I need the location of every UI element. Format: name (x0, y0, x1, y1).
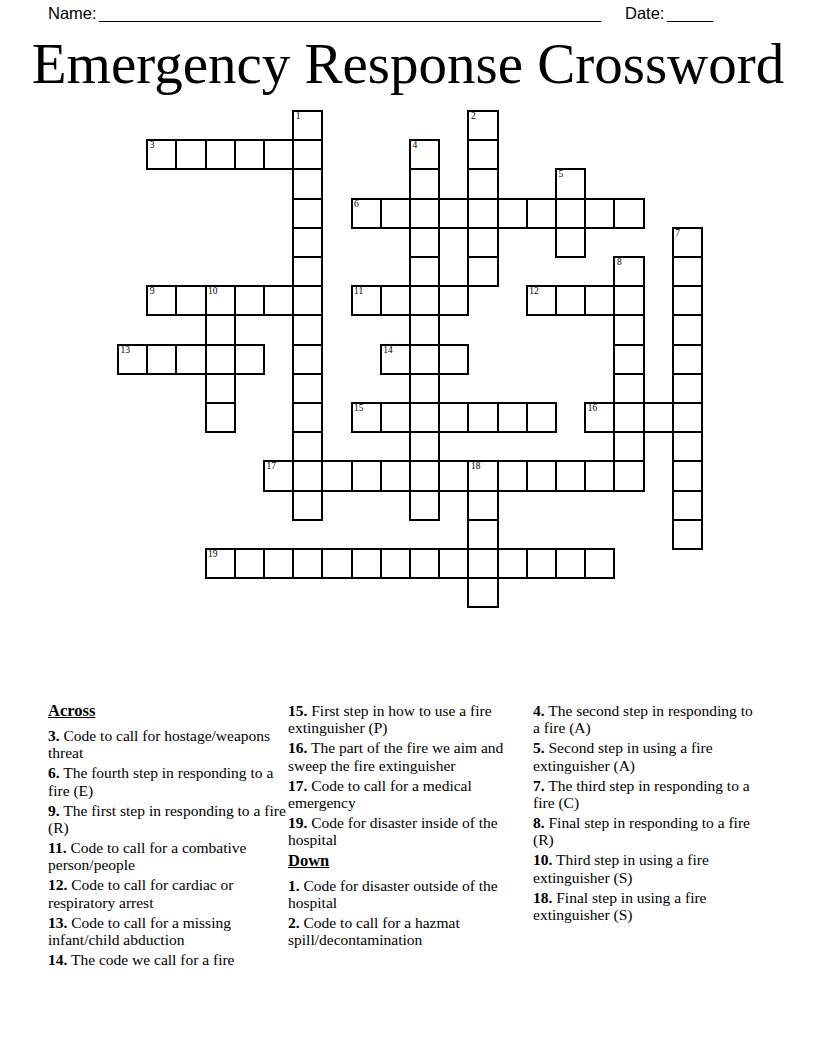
grid-cell-r11c6[interactable] (292, 431, 323, 462)
grid-cell-r12c11[interactable] (438, 460, 469, 491)
grid-cell-r15c11[interactable] (438, 548, 469, 579)
grid-cell-r6c17[interactable] (613, 285, 644, 316)
clue-column-1: Across3. Code to call for hostage/weapon… (48, 702, 298, 971)
grid-cell-r9c19[interactable] (672, 373, 703, 404)
cell-number-8: 8 (617, 257, 622, 268)
grid-cell-r13c12[interactable] (467, 490, 498, 521)
grid-cell-r12c6[interactable] (292, 460, 323, 491)
grid-cell-r12c8[interactable] (351, 460, 382, 491)
grid-cell-r9c17[interactable] (613, 373, 644, 404)
grid-cell-r4c19[interactable]: 7 (672, 227, 703, 258)
grid-cell-r6c15[interactable] (555, 285, 586, 316)
grid-cell-r5c6[interactable] (292, 256, 323, 287)
cell-number-12: 12 (529, 286, 539, 297)
grid-cell-r6c19[interactable] (672, 285, 703, 316)
clue-number-label: 1. (288, 877, 300, 894)
grid-cell-r6c6[interactable] (292, 285, 323, 316)
grid-cell-r7c17[interactable] (613, 314, 644, 345)
cell-number-11: 11 (354, 286, 363, 297)
grid-cell-r15c12[interactable] (467, 548, 498, 579)
grid-cell-r10c18[interactable] (643, 402, 674, 433)
grid-cell-r12c19[interactable] (672, 460, 703, 491)
grid-cell-r14c19[interactable] (672, 519, 703, 550)
grid-cell-r3c13[interactable] (497, 198, 528, 229)
grid-cell-r6c9[interactable] (380, 285, 411, 316)
grid-cell-r2c10[interactable] (409, 168, 440, 199)
clue-number-label: 3. (48, 727, 60, 744)
clue-19: 19. Code for disaster inside of the hosp… (288, 814, 512, 849)
worksheet-page: Name: Date: Emergency Response Crossword… (0, 0, 816, 1056)
clue-number-label: 12. (48, 876, 67, 893)
grid-cell-r1c3[interactable] (205, 139, 236, 170)
grid-cell-r16c12[interactable] (467, 577, 498, 608)
clue-number-label: 8. (533, 814, 545, 831)
clue-5: 5. Second step in using a fire extinguis… (533, 739, 763, 774)
grid-cell-r1c1[interactable]: 3 (146, 139, 177, 170)
grid-cell-r6c2[interactable] (175, 285, 206, 316)
grid-cell-r8c3[interactable] (205, 344, 236, 375)
clue-number-label: 9. (48, 802, 60, 819)
grid-cell-r3c15[interactable] (555, 198, 586, 229)
grid-cell-r4c15[interactable] (555, 227, 586, 258)
grid-cell-r13c19[interactable] (672, 490, 703, 521)
clue-number-label: 6. (48, 764, 60, 781)
grid-cell-r12c10[interactable] (409, 460, 440, 491)
grid-cell-r13c10[interactable] (409, 490, 440, 521)
grid-cell-r15c7[interactable] (321, 548, 352, 579)
cell-number-7: 7 (675, 228, 680, 239)
clue-3: 3. Code to call for hostage/weapons thre… (48, 727, 298, 762)
grid-cell-r10c12[interactable] (467, 402, 498, 433)
grid-cell-r4c12[interactable] (467, 227, 498, 258)
grid-cell-r6c1[interactable]: 9 (146, 285, 177, 316)
cell-number-9: 9 (150, 286, 155, 297)
grid-cell-r10c16[interactable]: 16 (584, 402, 615, 433)
cell-number-1: 1 (296, 111, 301, 122)
clue-13: 13. Code to call for a missing infant/ch… (48, 914, 298, 949)
name-field-line[interactable] (99, 4, 601, 22)
grid-cell-r15c5[interactable] (263, 548, 294, 579)
grid-cell-r5c17[interactable]: 8 (613, 256, 644, 287)
grid-cell-r2c6[interactable] (292, 168, 323, 199)
cell-number-19: 19 (208, 549, 218, 560)
grid-cell-r3c14[interactable] (526, 198, 557, 229)
cell-number-18: 18 (471, 461, 481, 472)
grid-cell-r8c17[interactable] (613, 344, 644, 375)
cell-number-14: 14 (383, 345, 393, 356)
grid-cell-r4c10[interactable] (409, 227, 440, 258)
grid-cell-r9c6[interactable] (292, 373, 323, 404)
crossword-grid: 12345678910111213141516171819 (117, 110, 705, 610)
grid-cell-r2c12[interactable] (467, 168, 498, 199)
grid-cell-r3c17[interactable] (613, 198, 644, 229)
clue-18: 18. Final step in using a fire extinguis… (533, 889, 763, 924)
grid-cell-r8c0[interactable]: 13 (117, 344, 148, 375)
grid-cell-r15c14[interactable] (526, 548, 557, 579)
clue-9: 9. The first step in responding to a fir… (48, 802, 298, 837)
clue-4: 4. The second step in responding to a fi… (533, 702, 763, 737)
grid-cell-r10c8[interactable]: 15 (351, 402, 382, 433)
clue-column-3: 4. The second step in responding to a fi… (533, 702, 763, 926)
cell-number-16: 16 (588, 403, 598, 414)
grid-cell-r14c12[interactable] (467, 519, 498, 550)
grid-cell-r15c8[interactable] (351, 548, 382, 579)
grid-cell-r12c14[interactable] (526, 460, 557, 491)
clue-column-2: 15. First step in how to use a fire exti… (288, 702, 512, 951)
page-title: Emergency Response Crossword (0, 34, 816, 94)
grid-cell-r11c19[interactable] (672, 431, 703, 462)
grid-cell-r6c5[interactable] (263, 285, 294, 316)
grid-cell-r1c5[interactable] (263, 139, 294, 170)
grid-cell-r3c10[interactable] (409, 198, 440, 229)
clue-number-label: 18. (533, 889, 552, 906)
grid-cell-r15c13[interactable] (497, 548, 528, 579)
grid-cell-r6c14[interactable]: 12 (526, 285, 557, 316)
grid-cell-r2c15[interactable]: 5 (555, 168, 586, 199)
clue-number-label: 13. (48, 914, 67, 931)
grid-cell-r1c12[interactable] (467, 139, 498, 170)
grid-cell-r10c3[interactable] (205, 402, 236, 433)
grid-cell-r12c9[interactable] (380, 460, 411, 491)
grid-cell-r10c10[interactable] (409, 402, 440, 433)
clue-number-label: 5. (533, 739, 545, 756)
grid-cell-r15c6[interactable] (292, 548, 323, 579)
clue-number-label: 2. (288, 914, 300, 931)
grid-cell-r15c9[interactable] (380, 548, 411, 579)
grid-cell-r15c10[interactable] (409, 548, 440, 579)
clue-number-label: 10. (533, 851, 552, 868)
grid-cell-r3c6[interactable] (292, 198, 323, 229)
grid-cell-r3c12[interactable] (467, 198, 498, 229)
clue-8: 8. Final step in responding to a fire (R… (533, 814, 763, 849)
grid-cell-r15c4[interactable] (234, 548, 265, 579)
grid-cell-r4c6[interactable] (292, 227, 323, 258)
grid-cell-r9c10[interactable] (409, 373, 440, 404)
date-label: Date: (625, 4, 664, 22)
grid-cell-r3c16[interactable] (584, 198, 615, 229)
grid-cell-r10c19[interactable] (672, 402, 703, 433)
grid-cell-r10c17[interactable] (613, 402, 644, 433)
grid-cell-r8c19[interactable] (672, 344, 703, 375)
grid-cell-r1c10[interactable]: 4 (409, 139, 440, 170)
grid-cell-r3c8[interactable]: 6 (351, 198, 382, 229)
clue-number-label: 11. (48, 839, 67, 856)
grid-cell-r8c1[interactable] (146, 344, 177, 375)
clue-17: 17. Code to call for a medical emergency (288, 777, 512, 812)
grid-cell-r7c19[interactable] (672, 314, 703, 345)
grid-cell-r8c9[interactable]: 14 (380, 344, 411, 375)
cell-number-6: 6 (354, 199, 359, 210)
grid-cell-r10c13[interactable] (497, 402, 528, 433)
grid-cell-r8c11[interactable] (438, 344, 469, 375)
clue-number-label: 17. (288, 777, 307, 794)
grid-cell-r5c12[interactable] (467, 256, 498, 287)
clue-number-label: 15. (288, 702, 307, 719)
grid-cell-r13c6[interactable] (292, 490, 323, 521)
grid-cell-r12c17[interactable] (613, 460, 644, 491)
cell-number-13: 13 (121, 345, 131, 356)
clue-14: 14. The code we call for a fire (48, 951, 298, 968)
clue-10: 10. Third step in using a fire extinguis… (533, 851, 763, 886)
name-label: Name: (48, 4, 97, 22)
grid-cell-r8c4[interactable] (234, 344, 265, 375)
grid-cell-r10c14[interactable] (526, 402, 557, 433)
grid-cell-r3c11[interactable] (438, 198, 469, 229)
cell-number-2: 2 (471, 111, 476, 122)
grid-cell-r1c2[interactable] (175, 139, 206, 170)
grid-cell-r6c8[interactable]: 11 (351, 285, 382, 316)
grid-cell-r7c10[interactable] (409, 314, 440, 345)
grid-cell-r0c6[interactable]: 1 (292, 110, 323, 141)
cell-number-5: 5 (559, 169, 564, 180)
clue-16: 16. The part of the fire we aim and swee… (288, 739, 512, 774)
clues-down-header: Down (288, 852, 512, 870)
clue-number-label: 14. (48, 951, 67, 968)
clue-15: 15. First step in how to use a fire exti… (288, 702, 512, 737)
grid-cell-r11c10[interactable] (409, 431, 440, 462)
clue-12: 12. Code to call for cardiac or respirat… (48, 876, 298, 911)
grid-cell-r15c16[interactable] (584, 548, 615, 579)
grid-cell-r12c7[interactable] (321, 460, 352, 491)
grid-cell-r8c2[interactable] (175, 344, 206, 375)
cell-number-15: 15 (354, 403, 364, 414)
grid-cell-r1c4[interactable] (234, 139, 265, 170)
clue-11: 11. Code to call for a combative person/… (48, 839, 298, 874)
cell-number-4: 4 (413, 140, 418, 151)
grid-cell-r0c12[interactable]: 2 (467, 110, 498, 141)
clue-number-label: 4. (533, 702, 545, 719)
grid-cell-r6c10[interactable] (409, 285, 440, 316)
grid-cell-r7c3[interactable] (205, 314, 236, 345)
grid-cell-r12c12[interactable]: 18 (467, 460, 498, 491)
clue-number-label: 19. (288, 814, 307, 831)
grid-cell-r15c3[interactable]: 19 (205, 548, 236, 579)
clue-7: 7. The third step in responding to a fir… (533, 777, 763, 812)
grid-cell-r12c16[interactable] (584, 460, 615, 491)
grid-cell-r15c15[interactable] (555, 548, 586, 579)
grid-cell-r12c5[interactable]: 17 (263, 460, 294, 491)
grid-cell-r12c15[interactable] (555, 460, 586, 491)
cell-number-3: 3 (150, 140, 155, 151)
grid-cell-r6c3[interactable]: 10 (205, 285, 236, 316)
grid-cell-r3c9[interactable] (380, 198, 411, 229)
grid-cell-r6c4[interactable] (234, 285, 265, 316)
grid-cell-r5c10[interactable] (409, 256, 440, 287)
grid-cell-r9c3[interactable] (205, 373, 236, 404)
clue-1: 1. Code for disaster outside of the hosp… (288, 877, 512, 912)
grid-cell-r8c6[interactable] (292, 344, 323, 375)
cell-number-17: 17 (267, 461, 277, 472)
grid-cell-r6c11[interactable] (438, 285, 469, 316)
clue-6: 6. The fourth step in responding to a fi… (48, 764, 298, 799)
clue-2: 2. Code to call for a hazmat spill/decon… (288, 914, 512, 949)
grid-cell-r11c17[interactable] (613, 431, 644, 462)
grid-cell-r10c6[interactable] (292, 402, 323, 433)
clue-number-label: 7. (533, 777, 545, 794)
grid-cell-r7c6[interactable] (292, 314, 323, 345)
grid-cell-r6c16[interactable] (584, 285, 615, 316)
clue-number-label: 16. (288, 739, 307, 756)
grid-cell-r1c6[interactable] (292, 139, 323, 170)
grid-cell-r8c10[interactable] (409, 344, 440, 375)
grid-cell-r10c11[interactable] (438, 402, 469, 433)
grid-cell-r10c9[interactable] (380, 402, 411, 433)
grid-cell-r12c13[interactable] (497, 460, 528, 491)
grid-cell-r5c19[interactable] (672, 256, 703, 287)
date-field-line[interactable] (667, 4, 713, 22)
clues-across-header: Across (48, 702, 298, 720)
cell-number-10: 10 (208, 286, 218, 297)
